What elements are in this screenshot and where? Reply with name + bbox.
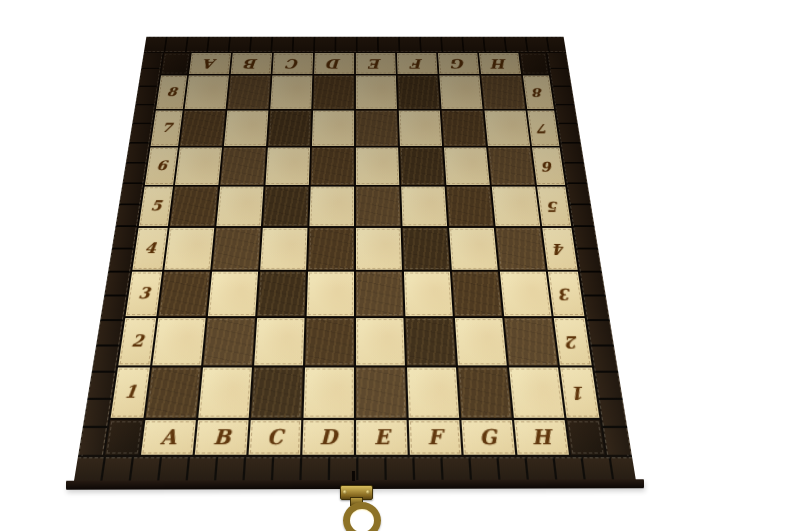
square-b1[interactable] <box>198 367 252 417</box>
coordinate-label: F <box>411 57 423 70</box>
square-h4[interactable] <box>496 228 546 270</box>
coordinate-label: D <box>320 427 338 448</box>
square-d6[interactable] <box>311 148 354 185</box>
coordinate-label: G <box>451 57 465 70</box>
board-border-top <box>144 37 566 52</box>
square-b6[interactable] <box>220 148 266 185</box>
square-e7[interactable] <box>356 111 398 146</box>
file-label-bottom-c: C <box>249 420 302 455</box>
file-label-top-b: B <box>231 53 272 74</box>
coordinate-label: 3 <box>559 286 572 301</box>
square-d4[interactable] <box>308 228 354 270</box>
coordinate-label: D <box>327 57 341 70</box>
square-a8[interactable] <box>185 76 229 110</box>
file-label-bottom-a: A <box>141 420 196 455</box>
file-label-top-e: E <box>356 53 396 74</box>
square-a2[interactable] <box>152 318 205 365</box>
rank-label-left-6: 6 <box>145 148 178 185</box>
square-e4[interactable] <box>356 228 402 270</box>
square-g8[interactable] <box>439 76 482 110</box>
square-e5[interactable] <box>356 187 401 227</box>
square-c4[interactable] <box>260 228 307 270</box>
square-a4[interactable] <box>164 228 214 270</box>
square-d2[interactable] <box>305 318 354 365</box>
rank-label-left-2: 2 <box>118 318 156 365</box>
file-label-top-f: F <box>397 53 438 74</box>
coordinate-label: 5 <box>150 199 163 213</box>
coordinate-label: 2 <box>566 333 580 349</box>
file-label-bottom-f: F <box>409 420 462 455</box>
square-a7[interactable] <box>180 111 226 146</box>
label-corner-bottom-left <box>105 420 143 455</box>
coordinate-label: A <box>203 57 216 70</box>
coordinate-label: H <box>492 57 508 70</box>
square-c7[interactable] <box>268 111 311 146</box>
coordinate-label: 7 <box>537 122 549 134</box>
file-label-top-d: D <box>314 53 354 74</box>
square-g3[interactable] <box>452 272 502 316</box>
file-label-bottom-d: D <box>302 420 354 455</box>
file-label-top-c: C <box>272 53 313 74</box>
rank-label-right-5: 5 <box>537 187 571 227</box>
rank-label-right-3: 3 <box>548 272 585 316</box>
square-f3[interactable] <box>404 272 453 316</box>
label-corner-top-left <box>161 53 190 74</box>
square-c6[interactable] <box>265 148 310 185</box>
label-corner-top-right <box>520 53 549 74</box>
square-b7[interactable] <box>224 111 268 146</box>
square-e6[interactable] <box>356 148 399 185</box>
file-label-top-g: G <box>438 53 479 74</box>
square-d1[interactable] <box>303 367 353 417</box>
square-g1[interactable] <box>458 367 512 417</box>
coordinate-label: 8 <box>166 86 177 98</box>
square-a6[interactable] <box>175 148 222 185</box>
coordinate-label: B <box>244 57 258 70</box>
square-b2[interactable] <box>203 318 255 365</box>
square-h6[interactable] <box>488 148 535 185</box>
coordinate-label: 1 <box>572 384 586 402</box>
square-c8[interactable] <box>270 76 312 110</box>
square-b5[interactable] <box>216 187 263 227</box>
square-d3[interactable] <box>307 272 354 316</box>
rank-label-left-7: 7 <box>151 111 183 146</box>
rank-label-left-8: 8 <box>156 76 187 110</box>
square-f1[interactable] <box>407 367 459 417</box>
file-label-bottom-b: B <box>195 420 249 455</box>
square-g4[interactable] <box>449 228 498 270</box>
square-f7[interactable] <box>399 111 442 146</box>
square-f6[interactable] <box>400 148 445 185</box>
square-b3[interactable] <box>208 272 258 316</box>
square-g2[interactable] <box>455 318 507 365</box>
square-b4[interactable] <box>212 228 261 270</box>
square-f4[interactable] <box>403 228 450 270</box>
square-c3[interactable] <box>257 272 306 316</box>
square-a3[interactable] <box>158 272 210 316</box>
square-c1[interactable] <box>251 367 303 417</box>
coordinate-label: A <box>160 427 178 448</box>
square-d8[interactable] <box>313 76 354 110</box>
rank-label-right-8: 8 <box>523 76 554 110</box>
rank-label-right-4: 4 <box>542 228 577 270</box>
square-e2[interactable] <box>356 318 405 365</box>
square-h3[interactable] <box>500 272 552 316</box>
square-e3[interactable] <box>356 272 403 316</box>
coordinate-label: E <box>374 427 390 448</box>
square-e8[interactable] <box>356 76 397 110</box>
clasp-screw-icon <box>366 490 370 494</box>
coordinate-label: G <box>479 427 498 448</box>
coordinate-label: 6 <box>156 160 168 173</box>
file-label-top-a: A <box>189 53 231 74</box>
brass-clasp <box>336 483 376 529</box>
square-f2[interactable] <box>405 318 455 365</box>
coordinate-label: E <box>370 57 382 70</box>
coordinate-label: 4 <box>144 241 157 256</box>
square-h5[interactable] <box>492 187 540 227</box>
coordinate-label: H <box>531 427 552 448</box>
square-d7[interactable] <box>312 111 354 146</box>
file-label-bottom-h: H <box>514 420 569 455</box>
coordinate-label: 4 <box>553 241 566 256</box>
square-a1[interactable] <box>146 367 201 417</box>
square-g6[interactable] <box>444 148 490 185</box>
file-label-bottom-g: G <box>461 420 515 455</box>
coordinate-label: 1 <box>123 384 137 402</box>
coordinate-label: 6 <box>542 160 554 173</box>
coordinate-label: 2 <box>131 333 145 349</box>
square-g7[interactable] <box>442 111 486 146</box>
square-b8[interactable] <box>227 76 270 110</box>
clasp-hanging-ring <box>343 502 381 531</box>
rank-label-right-2: 2 <box>554 318 592 365</box>
square-f5[interactable] <box>401 187 447 227</box>
product-photo-chess-box: AABBCCDDEEFFGGHH8877665544332211 <box>0 0 800 531</box>
clasp-slot <box>352 471 355 481</box>
rank-label-right-1: 1 <box>560 367 599 417</box>
coordinate-label: C <box>267 427 284 448</box>
square-h7[interactable] <box>485 111 531 146</box>
square-h8[interactable] <box>481 76 525 110</box>
coordinate-label: B <box>213 427 232 448</box>
coordinate-label: 5 <box>548 199 561 213</box>
rank-label-right-6: 6 <box>532 148 565 185</box>
file-label-bottom-e: E <box>356 420 408 455</box>
square-c5[interactable] <box>263 187 309 227</box>
square-a5[interactable] <box>170 187 218 227</box>
chess-board: AABBCCDDEEFFGGHH8877665544332211 <box>74 37 637 484</box>
coordinate-label: 8 <box>533 86 544 98</box>
square-h2[interactable] <box>504 318 557 365</box>
rank-label-left-5: 5 <box>139 187 173 227</box>
file-label-top-h: H <box>479 53 521 74</box>
rank-label-left-3: 3 <box>126 272 163 316</box>
clasp-screw-icon <box>343 490 347 494</box>
rank-label-right-7: 7 <box>527 111 559 146</box>
rank-label-left-4: 4 <box>132 228 167 270</box>
square-h1[interactable] <box>509 367 564 417</box>
coordinate-label: 3 <box>137 286 150 301</box>
square-e1[interactable] <box>356 367 406 417</box>
square-g5[interactable] <box>447 187 494 227</box>
square-f8[interactable] <box>398 76 440 110</box>
coordinate-label: C <box>286 57 299 70</box>
label-corner-bottom-right <box>567 420 605 455</box>
coordinate-label: 7 <box>161 122 173 134</box>
square-d5[interactable] <box>309 187 354 227</box>
rank-label-left-1: 1 <box>111 367 150 417</box>
coordinate-label: F <box>427 427 442 448</box>
square-c2[interactable] <box>254 318 304 365</box>
